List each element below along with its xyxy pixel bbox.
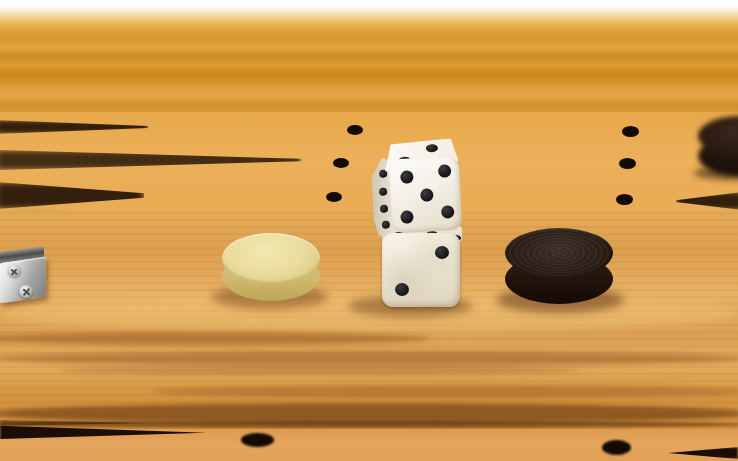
die-pip	[426, 144, 438, 153]
wood-grain-streak	[0, 351, 738, 366]
decorative-dot	[616, 194, 633, 205]
decorative-dot	[602, 440, 631, 455]
decorative-dot	[333, 158, 349, 168]
hinge-screw	[8, 265, 21, 277]
wood-grain-streak	[0, 421, 738, 428]
die-pip	[395, 283, 409, 296]
black-checker-far	[698, 116, 738, 178]
die-pip	[381, 221, 389, 229]
board-far-frame	[0, 0, 738, 122]
checker-top	[505, 228, 613, 278]
die-pip	[379, 187, 387, 195]
wood-grain-streak	[0, 332, 430, 345]
die-front-face-5	[388, 156, 462, 234]
decorative-dot	[241, 433, 274, 447]
decorative-dot	[619, 158, 636, 169]
die-pip	[441, 205, 455, 219]
backgammon-board-photo	[0, 0, 738, 461]
black-checker	[505, 228, 613, 304]
decorative-dot	[622, 126, 639, 137]
die-top	[370, 138, 467, 239]
decorative-dot	[326, 192, 342, 202]
die-front-face-2	[382, 233, 460, 307]
die-pip	[435, 246, 449, 259]
die-bottom	[380, 226, 464, 308]
hinge-screw	[19, 285, 33, 298]
die-pip	[438, 164, 452, 178]
wood-grain-streak	[60, 366, 580, 375]
cream-checker	[222, 233, 320, 301]
metal-hinge	[0, 245, 58, 313]
wood-grain-streak	[150, 385, 738, 398]
die-pip	[400, 210, 414, 224]
die-pip	[400, 170, 414, 184]
checker-top	[222, 233, 320, 283]
die-pip	[420, 188, 434, 202]
decorative-dot	[347, 125, 363, 135]
die-pip	[380, 204, 388, 212]
